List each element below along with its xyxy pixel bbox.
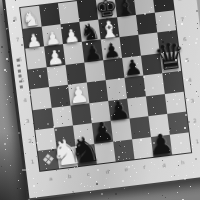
piece-glyph: ♟ xyxy=(25,32,43,50)
chess-board: ❖ ♞♟♟♟♝♟♟♞♚♝♞♟♟♟♛♟♟♞♟ abcdefgh 12345678 … xyxy=(2,0,200,200)
square-h3[interactable] xyxy=(165,92,186,115)
rank-label-right-8: 8 xyxy=(178,0,182,2)
rank-label-left-7: 7 xyxy=(16,37,20,42)
photo-of-chessboard: ❖ ♞♟♟♟♝♟♟♞♚♝♞♟♟♟♛♟♟♞♟ abcdefgh 12345678 … xyxy=(0,0,200,200)
white-knight-a8[interactable]: ♞ xyxy=(21,6,42,29)
black-pawn-e6[interactable]: ♟ xyxy=(101,37,122,60)
rank-label-right-1: 1 xyxy=(196,139,200,144)
black-knight-c1[interactable]: ♞ xyxy=(76,144,97,167)
file-label-a: a xyxy=(49,177,53,182)
rank-label-right-2: 2 xyxy=(193,119,197,124)
black-pawn-g1[interactable]: ♟ xyxy=(151,135,172,158)
piece-glyph: ♝ xyxy=(116,0,137,19)
file-label-b: b xyxy=(68,174,72,179)
piece-glyph: ♛ xyxy=(152,39,188,77)
file-label-g: g xyxy=(162,163,166,168)
black-queen-h5[interactable]: ♛ xyxy=(160,51,181,74)
white-pawn-b6[interactable]: ♟ xyxy=(44,44,65,67)
rank-label-right-4: 4 xyxy=(188,78,192,83)
file-label-h: h xyxy=(181,160,185,165)
rank-label-left-2: 2 xyxy=(29,139,33,144)
file-label-d: d xyxy=(106,170,110,175)
piece-glyph: ♟ xyxy=(102,42,121,62)
rank-label-left-5: 5 xyxy=(21,78,25,83)
rank-label-right-7: 7 xyxy=(181,17,185,22)
black-bishop-f8[interactable]: ♝ xyxy=(115,0,136,17)
piece-glyph: ♟ xyxy=(63,28,81,46)
piece-glyph: ♟ xyxy=(123,58,144,80)
rank-label-left-4: 4 xyxy=(24,98,28,103)
piece-glyph: ♟ xyxy=(148,130,176,159)
piece-glyph: ♟ xyxy=(84,44,103,64)
white-pawn-c4[interactable]: ♟ xyxy=(68,83,89,106)
piece-glyph: ♟ xyxy=(68,84,91,108)
rank-label-left-6: 6 xyxy=(19,58,23,63)
file-label-c: c xyxy=(87,172,90,177)
rank-label-right-3: 3 xyxy=(191,98,195,103)
file-label-f: f xyxy=(144,165,146,170)
black-pawn-f5[interactable]: ♟ xyxy=(122,55,143,78)
rank-label-left-8: 8 xyxy=(14,17,18,22)
knight-glyph: ♞ xyxy=(68,132,104,169)
rank-label-left-3: 3 xyxy=(26,119,30,124)
rank-label-left-1: 1 xyxy=(31,159,35,164)
playing-area: ❖ ♞♟♟♟♝♟♟♞♚♝♞♟♟♟♛♟♟♞♟ xyxy=(21,0,192,171)
board-edge-printing xyxy=(17,59,23,89)
square-h7[interactable] xyxy=(155,10,176,33)
file-label-e: e xyxy=(125,167,129,172)
piece-glyph: ♟ xyxy=(46,49,65,69)
black-knight-d7[interactable]: ♞ xyxy=(80,19,101,42)
white-bishop-e7[interactable]: ♝ xyxy=(98,17,119,40)
